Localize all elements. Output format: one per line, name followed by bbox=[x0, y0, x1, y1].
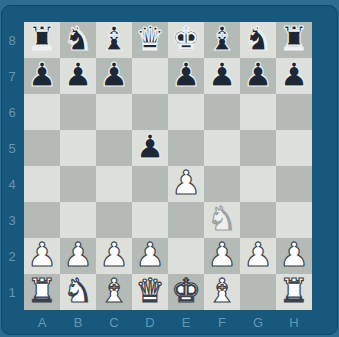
square-a7[interactable]: ♟ bbox=[24, 58, 60, 94]
square-f2[interactable]: ♟ bbox=[204, 238, 240, 274]
square-e6[interactable] bbox=[168, 94, 204, 130]
square-e1[interactable]: ♚ bbox=[168, 274, 204, 310]
square-c2[interactable]: ♟ bbox=[96, 238, 132, 274]
square-f7[interactable]: ♟ bbox=[204, 58, 240, 94]
square-a6[interactable] bbox=[24, 94, 60, 130]
white-pawn-e4[interactable]: ♟ bbox=[171, 165, 201, 201]
square-b6[interactable] bbox=[60, 94, 96, 130]
square-f5[interactable] bbox=[204, 130, 240, 166]
square-c4[interactable] bbox=[96, 166, 132, 202]
square-b4[interactable] bbox=[60, 166, 96, 202]
white-king-e1[interactable]: ♚ bbox=[171, 273, 201, 309]
square-f1[interactable]: ♝ bbox=[204, 274, 240, 310]
white-pawn-g2[interactable]: ♟ bbox=[243, 237, 273, 273]
black-pawn-e7[interactable]: ♟ bbox=[171, 57, 201, 93]
square-b2[interactable]: ♟ bbox=[60, 238, 96, 274]
rank-label-8: 8 bbox=[0, 22, 24, 58]
white-rook-h1[interactable]: ♜ bbox=[279, 273, 309, 309]
square-e8[interactable]: ♚ bbox=[168, 22, 204, 58]
rank-labels: 87654321 bbox=[0, 22, 24, 310]
white-bishop-c1[interactable]: ♝ bbox=[99, 273, 129, 309]
square-h6[interactable] bbox=[276, 94, 312, 130]
white-bishop-f1[interactable]: ♝ bbox=[207, 273, 237, 309]
square-c6[interactable] bbox=[96, 94, 132, 130]
square-c3[interactable] bbox=[96, 202, 132, 238]
black-pawn-f7[interactable]: ♟ bbox=[207, 57, 237, 93]
square-g7[interactable]: ♟ bbox=[240, 58, 276, 94]
file-label-f: F bbox=[204, 310, 240, 334]
file-label-g: G bbox=[240, 310, 276, 334]
square-d8[interactable]: ♛ bbox=[132, 22, 168, 58]
black-knight-g8[interactable]: ♞ bbox=[243, 21, 273, 57]
rank-label-5: 5 bbox=[0, 130, 24, 166]
white-pawn-b2[interactable]: ♟ bbox=[63, 237, 93, 273]
square-e5[interactable] bbox=[168, 130, 204, 166]
square-c1[interactable]: ♝ bbox=[96, 274, 132, 310]
square-h5[interactable] bbox=[276, 130, 312, 166]
white-queen-d1[interactable]: ♛ bbox=[135, 273, 165, 309]
square-d3[interactable] bbox=[132, 202, 168, 238]
square-b1[interactable]: ♞ bbox=[60, 274, 96, 310]
square-c5[interactable] bbox=[96, 130, 132, 166]
square-a1[interactable]: ♜ bbox=[24, 274, 60, 310]
square-f3[interactable]: ♞ bbox=[204, 202, 240, 238]
rank-label-1: 1 bbox=[0, 274, 24, 310]
square-g3[interactable] bbox=[240, 202, 276, 238]
black-rook-h8[interactable]: ♜ bbox=[279, 21, 309, 57]
square-c8[interactable]: ♝ bbox=[96, 22, 132, 58]
square-h4[interactable] bbox=[276, 166, 312, 202]
black-rook-a8[interactable]: ♜ bbox=[27, 21, 57, 57]
white-pawn-a2[interactable]: ♟ bbox=[27, 237, 57, 273]
rank-label-2: 2 bbox=[0, 238, 24, 274]
square-a2[interactable]: ♟ bbox=[24, 238, 60, 274]
square-d5[interactable]: ♟ bbox=[132, 130, 168, 166]
board[interactable]: ♜♞♝♛♚♝♞♜♟♟♟♟♟♟♟♟♟♞♟♟♟♟♟♟♟♜♞♝♛♚♝♜ bbox=[24, 22, 312, 310]
white-rook-a1[interactable]: ♜ bbox=[27, 273, 57, 309]
square-d2[interactable]: ♟ bbox=[132, 238, 168, 274]
black-king-e8[interactable]: ♚ bbox=[171, 21, 201, 57]
square-f6[interactable] bbox=[204, 94, 240, 130]
square-d6[interactable] bbox=[132, 94, 168, 130]
square-h3[interactable] bbox=[276, 202, 312, 238]
white-pawn-c2[interactable]: ♟ bbox=[99, 237, 129, 273]
square-a4[interactable] bbox=[24, 166, 60, 202]
rank-label-6: 6 bbox=[0, 94, 24, 130]
black-pawn-c7[interactable]: ♟ bbox=[99, 57, 129, 93]
square-b3[interactable] bbox=[60, 202, 96, 238]
file-label-h: H bbox=[276, 310, 312, 334]
white-pawn-f2[interactable]: ♟ bbox=[207, 237, 237, 273]
square-g8[interactable]: ♞ bbox=[240, 22, 276, 58]
black-bishop-f8[interactable]: ♝ bbox=[207, 21, 237, 57]
square-d4[interactable] bbox=[132, 166, 168, 202]
square-g1[interactable] bbox=[240, 274, 276, 310]
chess-app-frame: 87654321 ♜♞♝♛♚♝♞♜♟♟♟♟♟♟♟♟♟♞♟♟♟♟♟♟♟♜♞♝♛♚♝… bbox=[0, 0, 339, 337]
square-b5[interactable] bbox=[60, 130, 96, 166]
black-bishop-c8[interactable]: ♝ bbox=[99, 21, 129, 57]
black-pawn-a7[interactable]: ♟ bbox=[27, 57, 57, 93]
file-label-c: C bbox=[96, 310, 132, 334]
square-b8[interactable]: ♞ bbox=[60, 22, 96, 58]
square-g6[interactable] bbox=[240, 94, 276, 130]
black-pawn-b7[interactable]: ♟ bbox=[63, 57, 93, 93]
square-e7[interactable]: ♟ bbox=[168, 58, 204, 94]
square-a8[interactable]: ♜ bbox=[24, 22, 60, 58]
rank-label-4: 4 bbox=[0, 166, 24, 202]
square-b7[interactable]: ♟ bbox=[60, 58, 96, 94]
white-knight-ghost-f3[interactable]: ♞ bbox=[207, 201, 237, 237]
black-pawn-g7[interactable]: ♟ bbox=[243, 57, 273, 93]
square-a3[interactable] bbox=[24, 202, 60, 238]
square-h8[interactable]: ♜ bbox=[276, 22, 312, 58]
square-e3[interactable] bbox=[168, 202, 204, 238]
square-e2[interactable] bbox=[168, 238, 204, 274]
square-h1[interactable]: ♜ bbox=[276, 274, 312, 310]
white-knight-b1[interactable]: ♞ bbox=[63, 273, 93, 309]
square-h2[interactable]: ♟ bbox=[276, 238, 312, 274]
square-c7[interactable]: ♟ bbox=[96, 58, 132, 94]
square-e4[interactable]: ♟ bbox=[168, 166, 204, 202]
square-g2[interactable]: ♟ bbox=[240, 238, 276, 274]
file-label-e: E bbox=[168, 310, 204, 334]
black-pawn-h7[interactable]: ♟ bbox=[279, 57, 309, 93]
square-d7[interactable] bbox=[132, 58, 168, 94]
white-pawn-h2[interactable]: ♟ bbox=[279, 237, 309, 273]
black-knight-b8[interactable]: ♞ bbox=[63, 21, 93, 57]
file-labels: ABCDEFGH bbox=[24, 310, 312, 334]
rank-label-3: 3 bbox=[0, 202, 24, 238]
square-f4[interactable] bbox=[204, 166, 240, 202]
rank-label-7: 7 bbox=[0, 58, 24, 94]
square-g5[interactable] bbox=[240, 130, 276, 166]
square-h7[interactable]: ♟ bbox=[276, 58, 312, 94]
square-f8[interactable]: ♝ bbox=[204, 22, 240, 58]
square-g4[interactable] bbox=[240, 166, 276, 202]
black-queen-d8[interactable]: ♛ bbox=[135, 21, 165, 57]
file-label-d: D bbox=[132, 310, 168, 334]
file-label-a: A bbox=[24, 310, 60, 334]
white-pawn-d2[interactable]: ♟ bbox=[135, 237, 165, 273]
square-d1[interactable]: ♛ bbox=[132, 274, 168, 310]
black-pawn-d5[interactable]: ♟ bbox=[135, 129, 165, 165]
square-a5[interactable] bbox=[24, 130, 60, 166]
file-label-b: B bbox=[60, 310, 96, 334]
